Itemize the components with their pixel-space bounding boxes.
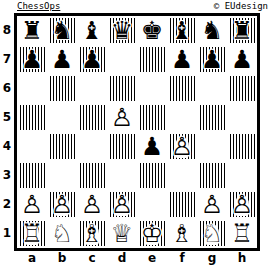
square-e1: ♔ [137, 219, 167, 248]
square-h6 [227, 74, 257, 103]
piece-br-a8: ♜ [21, 16, 43, 45]
piece-wr-h1: ♖ [231, 219, 253, 248]
rank-label-7: 7 [1, 45, 13, 74]
square-c6 [77, 74, 107, 103]
square-g1: ♘ [197, 219, 227, 248]
square-f2 [167, 190, 197, 219]
piece-wb-f1: ♗ [171, 219, 193, 248]
piece-br-h8: ♜ [231, 16, 253, 45]
square-f8: ♝ [167, 16, 197, 45]
rank-labels: 87654321 [1, 16, 13, 248]
piece-bp-e4: ♟ [141, 132, 163, 161]
piece-wp-c2: ♙ [81, 190, 103, 219]
square-b4 [47, 132, 77, 161]
file-label-h: h [227, 251, 257, 265]
square-a7: ♟ [17, 45, 47, 74]
square-g2: ♙ [197, 190, 227, 219]
rank-label-4: 4 [1, 132, 13, 161]
piece-wq-d1: ♕ [111, 219, 133, 248]
piece-wp-f4: ♙ [171, 132, 193, 161]
square-b2: ♙ [47, 190, 77, 219]
square-b7: ♟ [47, 45, 77, 74]
square-d1: ♕ [107, 219, 137, 248]
square-h4 [227, 132, 257, 161]
piece-bn-b8: ♞ [51, 16, 73, 45]
piece-wp-d2: ♙ [111, 190, 133, 219]
square-h8: ♜ [227, 16, 257, 45]
square-d7 [107, 45, 137, 74]
piece-bk-e8: ♚ [141, 16, 163, 45]
square-g5 [197, 103, 227, 132]
piece-wp-a2: ♙ [21, 190, 43, 219]
piece-bp-f7: ♟ [171, 45, 193, 74]
piece-wk-e1: ♔ [141, 219, 163, 248]
square-d8: ♛ [107, 16, 137, 45]
rank-label-5: 5 [1, 103, 13, 132]
square-g4 [197, 132, 227, 161]
rank-label-2: 2 [1, 190, 13, 219]
square-f5 [167, 103, 197, 132]
rank-label-8: 8 [1, 16, 13, 45]
square-d6 [107, 74, 137, 103]
square-d3 [107, 161, 137, 190]
square-a2: ♙ [17, 190, 47, 219]
piece-wb-c1: ♗ [81, 219, 103, 248]
piece-wp-b2: ♙ [51, 190, 73, 219]
piece-bb-f8: ♝ [171, 16, 193, 45]
rank-label-1: 1 [1, 219, 13, 248]
file-label-d: d [107, 251, 137, 265]
square-c2: ♙ [77, 190, 107, 219]
square-d2: ♙ [107, 190, 137, 219]
square-g6 [197, 74, 227, 103]
square-f6 [167, 74, 197, 103]
square-g7: ♟ [197, 45, 227, 74]
file-label-c: c [77, 251, 107, 265]
piece-wp-d5: ♙ [111, 103, 133, 132]
square-e4: ♟ [137, 132, 167, 161]
piece-bp-h7: ♟ [231, 45, 253, 74]
square-g8: ♞ [197, 16, 227, 45]
piece-wp-h2: ♙ [231, 190, 253, 219]
rank-label-3: 3 [1, 161, 13, 190]
square-f4: ♙ [167, 132, 197, 161]
piece-bq-d8: ♛ [111, 16, 133, 45]
piece-bb-c8: ♝ [81, 16, 103, 45]
square-a4 [17, 132, 47, 161]
square-c4 [77, 132, 107, 161]
square-b6 [47, 74, 77, 103]
square-e7 [137, 45, 167, 74]
square-e8: ♚ [137, 16, 167, 45]
piece-bp-b7: ♟ [51, 45, 73, 74]
piece-wn-g1: ♘ [201, 219, 223, 248]
square-c8: ♝ [77, 16, 107, 45]
square-f7: ♟ [167, 45, 197, 74]
square-h7: ♟ [227, 45, 257, 74]
rank-label-6: 6 [1, 74, 13, 103]
square-a1: ♖ [17, 219, 47, 248]
square-a6 [17, 74, 47, 103]
file-labels: abcdefgh [17, 251, 257, 265]
file-label-a: a [17, 251, 47, 265]
piece-bp-g7: ♟ [201, 45, 223, 74]
file-label-f: f [167, 251, 197, 265]
square-b5 [47, 103, 77, 132]
square-f1: ♗ [167, 219, 197, 248]
file-label-g: g [197, 251, 227, 265]
square-b3 [47, 161, 77, 190]
square-d4 [107, 132, 137, 161]
square-a5 [17, 103, 47, 132]
square-c7: ♟ [77, 45, 107, 74]
piece-bp-c7: ♟ [81, 45, 103, 74]
chess-board: ♜♞♝♛♚♝♞♜♟♟♟♟♟♟♙♟♙♙♙♙♙♙♙♖♘♗♕♔♗♘♖ [14, 13, 260, 251]
square-c3 [77, 161, 107, 190]
square-a8: ♜ [17, 16, 47, 45]
square-c5 [77, 103, 107, 132]
piece-bp-a7: ♟ [21, 45, 43, 74]
square-h2: ♙ [227, 190, 257, 219]
square-h3 [227, 161, 257, 190]
app-title-link[interactable]: ChessOps [17, 1, 60, 11]
square-d5: ♙ [107, 103, 137, 132]
square-b1: ♘ [47, 219, 77, 248]
credit-label: © EUdesign [214, 1, 268, 11]
piece-wr-a1: ♖ [21, 219, 43, 248]
file-label-e: e [137, 251, 167, 265]
square-h1: ♖ [227, 219, 257, 248]
square-h5 [227, 103, 257, 132]
piece-wn-b1: ♘ [51, 219, 73, 248]
square-b8: ♞ [47, 16, 77, 45]
square-e3 [137, 161, 167, 190]
square-c1: ♗ [77, 219, 107, 248]
square-e2 [137, 190, 167, 219]
square-f3 [167, 161, 197, 190]
piece-wp-g2: ♙ [201, 190, 223, 219]
square-a3 [17, 161, 47, 190]
square-e5 [137, 103, 167, 132]
square-g3 [197, 161, 227, 190]
square-e6 [137, 74, 167, 103]
file-label-b: b [47, 251, 77, 265]
piece-bn-g8: ♞ [201, 16, 223, 45]
